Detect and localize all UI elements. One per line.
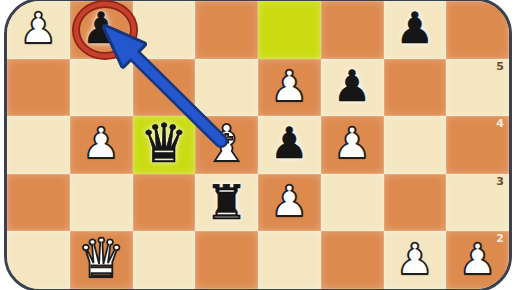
square-h5[interactable]: 5	[446, 59, 509, 117]
square-f4[interactable]: ♟	[321, 116, 384, 174]
square-g4[interactable]	[384, 116, 447, 174]
piece-white-pawn-g2[interactable]: ♟	[396, 238, 435, 281]
square-c4[interactable]: ♛	[133, 116, 196, 174]
square-g2[interactable]: ♟	[384, 231, 447, 289]
board-grid: ♟♟♟♟♟5♟♛♝♟♟4♜♟3♛♟♟2	[7, 1, 509, 289]
square-d3[interactable]: ♜	[195, 174, 258, 232]
piece-white-pawn-b4[interactable]: ♟	[82, 122, 121, 165]
piece-white-queen-b2[interactable]: ♛	[77, 232, 125, 286]
square-a6[interactable]: ♟	[7, 1, 70, 59]
square-e3[interactable]: ♟	[258, 174, 321, 232]
piece-white-pawn-a6[interactable]: ♟	[19, 7, 58, 50]
square-h3[interactable]: 3	[446, 174, 509, 232]
square-a2[interactable]	[7, 231, 70, 289]
square-h6[interactable]	[446, 1, 509, 59]
piece-black-pawn-g6[interactable]: ♟	[396, 7, 435, 50]
piece-black-pawn-e4[interactable]: ♟	[270, 122, 309, 165]
square-d6[interactable]	[195, 1, 258, 59]
square-d2[interactable]	[195, 231, 258, 289]
square-f2[interactable]	[321, 231, 384, 289]
square-g6[interactable]: ♟	[384, 1, 447, 59]
square-b5[interactable]	[70, 59, 133, 117]
square-f6[interactable]	[321, 1, 384, 59]
square-a3[interactable]	[7, 174, 70, 232]
square-b3[interactable]	[70, 174, 133, 232]
rank-label-2: 2	[496, 233, 504, 244]
square-b2[interactable]: ♛	[70, 231, 133, 289]
piece-white-pawn-e3[interactable]: ♟	[270, 180, 309, 223]
square-e6[interactable]	[258, 1, 321, 59]
square-f5[interactable]: ♟	[321, 59, 384, 117]
chess-thumbnail: ♟♟♟♟♟5♟♛♝♟♟4♜♟3♛♟♟2	[0, 0, 516, 290]
square-f3[interactable]	[321, 174, 384, 232]
piece-black-pawn-b6[interactable]: ♟	[82, 7, 121, 50]
square-h4[interactable]: 4	[446, 116, 509, 174]
piece-white-bishop-d4[interactable]: ♝	[204, 118, 250, 169]
square-g3[interactable]	[384, 174, 447, 232]
piece-white-pawn-e5[interactable]: ♟	[270, 65, 309, 108]
piece-white-pawn-h2[interactable]: ♟	[458, 238, 497, 281]
square-b4[interactable]: ♟	[70, 116, 133, 174]
rank-label-3: 3	[496, 176, 504, 187]
square-g5[interactable]	[384, 59, 447, 117]
square-a5[interactable]	[7, 59, 70, 117]
square-b6[interactable]: ♟	[70, 1, 133, 59]
rank-label-5: 5	[496, 61, 504, 72]
square-d5[interactable]	[195, 59, 258, 117]
square-c2[interactable]	[133, 231, 196, 289]
piece-black-rook-d3[interactable]: ♜	[205, 178, 248, 226]
square-a4[interactable]	[7, 116, 70, 174]
piece-black-pawn-f5[interactable]: ♟	[333, 65, 372, 108]
piece-black-queen-c4[interactable]: ♛	[140, 117, 188, 171]
square-c3[interactable]	[133, 174, 196, 232]
rank-label-4: 4	[496, 118, 504, 129]
piece-white-pawn-f4[interactable]: ♟	[333, 122, 372, 165]
square-e2[interactable]	[258, 231, 321, 289]
square-c5[interactable]	[133, 59, 196, 117]
square-c6[interactable]	[133, 1, 196, 59]
square-d4[interactable]: ♝	[195, 116, 258, 174]
square-h2[interactable]: ♟2	[446, 231, 509, 289]
board-frame: ♟♟♟♟♟5♟♛♝♟♟4♜♟3♛♟♟2	[4, 0, 512, 290]
square-e4[interactable]: ♟	[258, 116, 321, 174]
square-e5[interactable]: ♟	[258, 59, 321, 117]
